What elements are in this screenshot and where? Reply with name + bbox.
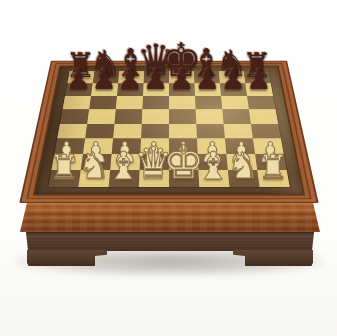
square-e7 bbox=[169, 83, 195, 96]
square-g1 bbox=[227, 169, 259, 186]
square-e5 bbox=[169, 109, 196, 123]
square-f3 bbox=[196, 138, 225, 153]
bracket-foot-left bbox=[27, 250, 107, 266]
square-c1 bbox=[108, 169, 139, 186]
square-a2 bbox=[51, 153, 83, 169]
square-b8 bbox=[92, 71, 119, 83]
square-g7 bbox=[219, 83, 246, 96]
square-c6 bbox=[115, 96, 142, 109]
square-f6 bbox=[195, 96, 222, 109]
frame-front-molding bbox=[20, 203, 320, 232]
square-h8 bbox=[243, 71, 270, 83]
square-f5 bbox=[195, 109, 223, 123]
square-f8 bbox=[193, 71, 219, 83]
square-e2 bbox=[169, 153, 198, 169]
square-d7 bbox=[142, 83, 168, 96]
square-d5 bbox=[141, 109, 168, 123]
square-a8 bbox=[67, 71, 94, 83]
square-g3 bbox=[224, 138, 254, 153]
square-h4 bbox=[250, 123, 280, 138]
square-a1 bbox=[48, 169, 81, 186]
square-c7 bbox=[116, 83, 143, 96]
square-a7 bbox=[64, 83, 92, 96]
square-a4 bbox=[57, 123, 87, 138]
square-g2 bbox=[226, 153, 257, 169]
square-d3 bbox=[140, 138, 169, 153]
square-c4 bbox=[113, 123, 142, 138]
square-g6 bbox=[221, 96, 249, 109]
square-b1 bbox=[78, 169, 110, 186]
square-e3 bbox=[169, 138, 198, 153]
square-d6 bbox=[142, 96, 169, 109]
box-front-side bbox=[26, 232, 314, 251]
square-a5 bbox=[59, 109, 88, 123]
square-a3 bbox=[54, 138, 85, 153]
square-e8 bbox=[169, 71, 194, 83]
square-h7 bbox=[245, 83, 273, 96]
square-b2 bbox=[80, 153, 111, 169]
square-e6 bbox=[169, 96, 196, 109]
square-e1 bbox=[169, 169, 199, 186]
square-e4 bbox=[169, 123, 197, 138]
square-g5 bbox=[222, 109, 251, 123]
square-h1 bbox=[257, 169, 290, 186]
square-b6 bbox=[89, 96, 117, 109]
board-grid bbox=[48, 71, 290, 187]
square-d4 bbox=[141, 123, 169, 138]
square-c8 bbox=[118, 71, 144, 83]
square-d8 bbox=[143, 71, 168, 83]
square-h2 bbox=[254, 153, 286, 169]
square-c3 bbox=[111, 138, 140, 153]
square-c5 bbox=[114, 109, 142, 123]
square-g8 bbox=[218, 71, 245, 83]
square-d1 bbox=[138, 169, 168, 186]
square-h5 bbox=[248, 109, 277, 123]
square-g4 bbox=[223, 123, 252, 138]
square-f1 bbox=[198, 169, 229, 186]
square-h6 bbox=[247, 96, 275, 109]
chess-set-photo: ♜♞♝♛♚♝♞♜♟♟♟♟♟♟♟♟♟♟♟♟♟♟♟♟♜♞♝♛♚♝♞♜ bbox=[0, 0, 337, 336]
square-b7 bbox=[90, 83, 117, 96]
square-b5 bbox=[87, 109, 116, 123]
square-h3 bbox=[252, 138, 283, 153]
square-b4 bbox=[85, 123, 114, 138]
square-c2 bbox=[110, 153, 140, 169]
square-f2 bbox=[197, 153, 227, 169]
square-f4 bbox=[196, 123, 225, 138]
square-d2 bbox=[139, 153, 168, 169]
square-f7 bbox=[194, 83, 221, 96]
bracket-foot-right bbox=[233, 250, 313, 266]
square-a6 bbox=[62, 96, 90, 109]
chess-board bbox=[19, 60, 318, 202]
square-b3 bbox=[83, 138, 113, 153]
